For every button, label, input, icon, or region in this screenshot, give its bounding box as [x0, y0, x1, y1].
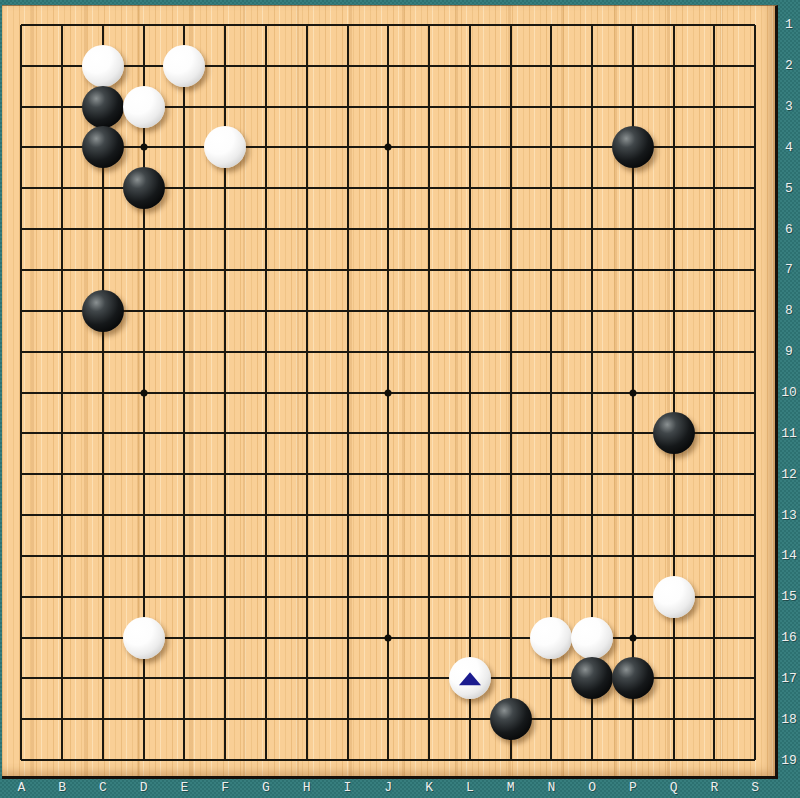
intersection-E5[interactable]	[164, 168, 205, 209]
intersection-H9[interactable]	[286, 331, 327, 372]
intersection-L16[interactable]	[449, 617, 490, 658]
intersection-H2[interactable]	[286, 45, 327, 86]
intersection-G17[interactable]	[246, 658, 287, 699]
intersection-B19[interactable]	[42, 740, 83, 781]
intersection-I17[interactable]	[327, 658, 368, 699]
intersection-M18[interactable]	[490, 699, 531, 740]
intersection-P15[interactable]	[612, 576, 653, 617]
intersection-C9[interactable]	[83, 331, 124, 372]
intersection-D18[interactable]	[123, 699, 164, 740]
intersection-B7[interactable]	[42, 250, 83, 291]
intersection-A7[interactable]	[1, 250, 42, 291]
intersection-S5[interactable]	[735, 168, 776, 209]
intersection-F7[interactable]	[205, 250, 246, 291]
intersection-Q16[interactable]	[653, 617, 694, 658]
intersection-M8[interactable]	[490, 290, 531, 331]
intersection-K8[interactable]	[409, 290, 450, 331]
intersection-S6[interactable]	[735, 209, 776, 250]
intersection-R8[interactable]	[694, 290, 735, 331]
intersection-L10[interactable]	[449, 372, 490, 413]
intersection-G9[interactable]	[246, 331, 287, 372]
intersection-G18[interactable]	[246, 699, 287, 740]
intersection-N6[interactable]	[531, 209, 572, 250]
intersection-M15[interactable]	[490, 576, 531, 617]
intersection-D7[interactable]	[123, 250, 164, 291]
intersection-K19[interactable]	[409, 740, 450, 781]
intersection-P12[interactable]	[612, 454, 653, 495]
intersection-R10[interactable]	[694, 372, 735, 413]
intersection-P7[interactable]	[612, 250, 653, 291]
intersection-F16[interactable]	[205, 617, 246, 658]
intersection-K13[interactable]	[409, 495, 450, 536]
intersection-D14[interactable]	[123, 535, 164, 576]
intersection-R19[interactable]	[694, 740, 735, 781]
intersection-K9[interactable]	[409, 331, 450, 372]
intersection-I3[interactable]	[327, 86, 368, 127]
intersection-E17[interactable]	[164, 658, 205, 699]
intersection-Q10[interactable]	[653, 372, 694, 413]
intersection-J7[interactable]	[368, 250, 409, 291]
intersection-B4[interactable]	[42, 127, 83, 168]
intersection-D17[interactable]	[123, 658, 164, 699]
intersection-I9[interactable]	[327, 331, 368, 372]
intersection-S10[interactable]	[735, 372, 776, 413]
intersection-S12[interactable]	[735, 454, 776, 495]
intersection-H17[interactable]	[286, 658, 327, 699]
intersection-R9[interactable]	[694, 331, 735, 372]
intersection-J16[interactable]	[368, 617, 409, 658]
intersection-J4[interactable]	[368, 127, 409, 168]
intersection-D8[interactable]	[123, 290, 164, 331]
intersection-N9[interactable]	[531, 331, 572, 372]
intersection-O10[interactable]	[572, 372, 613, 413]
intersection-L13[interactable]	[449, 495, 490, 536]
intersection-M4[interactable]	[490, 127, 531, 168]
intersection-E14[interactable]	[164, 535, 205, 576]
intersection-B3[interactable]	[42, 86, 83, 127]
intersection-B1[interactable]	[42, 5, 83, 46]
intersection-E2[interactable]	[164, 45, 205, 86]
intersection-A15[interactable]	[1, 576, 42, 617]
intersection-G7[interactable]	[246, 250, 287, 291]
intersection-C19[interactable]	[83, 740, 124, 781]
intersection-G16[interactable]	[246, 617, 287, 658]
intersection-Q6[interactable]	[653, 209, 694, 250]
intersection-I12[interactable]	[327, 454, 368, 495]
intersection-F18[interactable]	[205, 699, 246, 740]
intersection-Q12[interactable]	[653, 454, 694, 495]
intersection-R12[interactable]	[694, 454, 735, 495]
intersection-K2[interactable]	[409, 45, 450, 86]
intersection-Q8[interactable]	[653, 290, 694, 331]
intersection-B14[interactable]	[42, 535, 83, 576]
intersection-R14[interactable]	[694, 535, 735, 576]
intersection-S8[interactable]	[735, 290, 776, 331]
intersection-H1[interactable]	[286, 5, 327, 46]
intersection-P4[interactable]	[612, 127, 653, 168]
intersection-R3[interactable]	[694, 86, 735, 127]
intersection-C10[interactable]	[83, 372, 124, 413]
intersection-D10[interactable]	[123, 372, 164, 413]
intersection-G10[interactable]	[246, 372, 287, 413]
intersection-R13[interactable]	[694, 495, 735, 536]
intersection-H16[interactable]	[286, 617, 327, 658]
intersection-F8[interactable]	[205, 290, 246, 331]
intersection-O14[interactable]	[572, 535, 613, 576]
intersection-B11[interactable]	[42, 413, 83, 454]
intersection-S3[interactable]	[735, 86, 776, 127]
intersection-H11[interactable]	[286, 413, 327, 454]
intersection-C2[interactable]	[83, 45, 124, 86]
intersection-N4[interactable]	[531, 127, 572, 168]
intersection-F14[interactable]	[205, 535, 246, 576]
intersection-L3[interactable]	[449, 86, 490, 127]
intersection-Q15[interactable]	[653, 576, 694, 617]
intersection-E15[interactable]	[164, 576, 205, 617]
intersection-P13[interactable]	[612, 495, 653, 536]
intersection-O17[interactable]	[572, 658, 613, 699]
intersection-O16[interactable]	[572, 617, 613, 658]
intersection-B8[interactable]	[42, 290, 83, 331]
intersection-Q18[interactable]	[653, 699, 694, 740]
intersection-A18[interactable]	[1, 699, 42, 740]
intersection-M12[interactable]	[490, 454, 531, 495]
intersection-R6[interactable]	[694, 209, 735, 250]
intersection-O4[interactable]	[572, 127, 613, 168]
intersection-O12[interactable]	[572, 454, 613, 495]
intersection-M6[interactable]	[490, 209, 531, 250]
intersection-J17[interactable]	[368, 658, 409, 699]
intersection-D6[interactable]	[123, 209, 164, 250]
intersection-F12[interactable]	[205, 454, 246, 495]
intersection-P2[interactable]	[612, 45, 653, 86]
intersection-R1[interactable]	[694, 5, 735, 46]
intersection-M13[interactable]	[490, 495, 531, 536]
intersection-S19[interactable]	[735, 740, 776, 781]
intersection-D9[interactable]	[123, 331, 164, 372]
intersection-L17[interactable]	[449, 658, 490, 699]
intersection-N19[interactable]	[531, 740, 572, 781]
intersection-E19[interactable]	[164, 740, 205, 781]
intersection-Q19[interactable]	[653, 740, 694, 781]
intersection-J2[interactable]	[368, 45, 409, 86]
intersection-J13[interactable]	[368, 495, 409, 536]
intersection-A12[interactable]	[1, 454, 42, 495]
intersection-N16[interactable]	[531, 617, 572, 658]
intersection-E16[interactable]	[164, 617, 205, 658]
intersection-G6[interactable]	[246, 209, 287, 250]
intersection-E1[interactable]	[164, 5, 205, 46]
intersection-C8[interactable]	[83, 290, 124, 331]
intersection-H19[interactable]	[286, 740, 327, 781]
intersection-M1[interactable]	[490, 5, 531, 46]
intersection-O3[interactable]	[572, 86, 613, 127]
intersection-C3[interactable]	[83, 86, 124, 127]
intersection-P3[interactable]	[612, 86, 653, 127]
intersection-A13[interactable]	[1, 495, 42, 536]
intersection-L18[interactable]	[449, 699, 490, 740]
intersection-C1[interactable]	[83, 5, 124, 46]
intersection-K3[interactable]	[409, 86, 450, 127]
intersection-C5[interactable]	[83, 168, 124, 209]
intersection-J10[interactable]	[368, 372, 409, 413]
intersection-C13[interactable]	[83, 495, 124, 536]
intersection-B15[interactable]	[42, 576, 83, 617]
intersection-M3[interactable]	[490, 86, 531, 127]
intersection-I16[interactable]	[327, 617, 368, 658]
intersection-R15[interactable]	[694, 576, 735, 617]
intersection-S2[interactable]	[735, 45, 776, 86]
intersection-I13[interactable]	[327, 495, 368, 536]
intersection-D15[interactable]	[123, 576, 164, 617]
intersection-N7[interactable]	[531, 250, 572, 291]
intersection-J3[interactable]	[368, 86, 409, 127]
intersection-J9[interactable]	[368, 331, 409, 372]
intersection-F11[interactable]	[205, 413, 246, 454]
intersection-O15[interactable]	[572, 576, 613, 617]
intersection-M5[interactable]	[490, 168, 531, 209]
intersection-K4[interactable]	[409, 127, 450, 168]
intersection-R4[interactable]	[694, 127, 735, 168]
intersection-G15[interactable]	[246, 576, 287, 617]
intersection-R17[interactable]	[694, 658, 735, 699]
intersection-J1[interactable]	[368, 5, 409, 46]
intersection-S13[interactable]	[735, 495, 776, 536]
intersection-E13[interactable]	[164, 495, 205, 536]
intersection-A9[interactable]	[1, 331, 42, 372]
intersection-B6[interactable]	[42, 209, 83, 250]
intersection-J12[interactable]	[368, 454, 409, 495]
intersection-N10[interactable]	[531, 372, 572, 413]
intersection-P11[interactable]	[612, 413, 653, 454]
intersection-G13[interactable]	[246, 495, 287, 536]
intersection-B16[interactable]	[42, 617, 83, 658]
intersection-L4[interactable]	[449, 127, 490, 168]
intersection-J18[interactable]	[368, 699, 409, 740]
intersection-M14[interactable]	[490, 535, 531, 576]
intersection-D16[interactable]	[123, 617, 164, 658]
intersection-A4[interactable]	[1, 127, 42, 168]
intersection-N18[interactable]	[531, 699, 572, 740]
intersection-I8[interactable]	[327, 290, 368, 331]
intersection-F6[interactable]	[205, 209, 246, 250]
intersection-R16[interactable]	[694, 617, 735, 658]
intersection-G4[interactable]	[246, 127, 287, 168]
intersection-N8[interactable]	[531, 290, 572, 331]
intersection-E4[interactable]	[164, 127, 205, 168]
intersection-M2[interactable]	[490, 45, 531, 86]
intersection-P6[interactable]	[612, 209, 653, 250]
intersection-E8[interactable]	[164, 290, 205, 331]
intersection-F13[interactable]	[205, 495, 246, 536]
intersection-D12[interactable]	[123, 454, 164, 495]
intersection-D3[interactable]	[123, 86, 164, 127]
intersection-K6[interactable]	[409, 209, 450, 250]
intersection-K12[interactable]	[409, 454, 450, 495]
intersection-G11[interactable]	[246, 413, 287, 454]
intersection-H13[interactable]	[286, 495, 327, 536]
intersection-H7[interactable]	[286, 250, 327, 291]
intersection-G19[interactable]	[246, 740, 287, 781]
intersection-A16[interactable]	[1, 617, 42, 658]
intersection-S17[interactable]	[735, 658, 776, 699]
intersection-L5[interactable]	[449, 168, 490, 209]
intersection-I11[interactable]	[327, 413, 368, 454]
intersection-Q7[interactable]	[653, 250, 694, 291]
intersection-E10[interactable]	[164, 372, 205, 413]
intersection-K15[interactable]	[409, 576, 450, 617]
intersection-H15[interactable]	[286, 576, 327, 617]
intersection-N14[interactable]	[531, 535, 572, 576]
intersection-B18[interactable]	[42, 699, 83, 740]
intersection-C18[interactable]	[83, 699, 124, 740]
intersection-I10[interactable]	[327, 372, 368, 413]
intersection-B5[interactable]	[42, 168, 83, 209]
intersection-I7[interactable]	[327, 250, 368, 291]
intersection-O11[interactable]	[572, 413, 613, 454]
intersection-D13[interactable]	[123, 495, 164, 536]
intersection-P17[interactable]	[612, 658, 653, 699]
intersection-F1[interactable]	[205, 5, 246, 46]
intersection-S15[interactable]	[735, 576, 776, 617]
intersection-I1[interactable]	[327, 5, 368, 46]
intersection-Q14[interactable]	[653, 535, 694, 576]
intersection-S11[interactable]	[735, 413, 776, 454]
intersection-Q13[interactable]	[653, 495, 694, 536]
intersection-B2[interactable]	[42, 45, 83, 86]
intersection-O19[interactable]	[572, 740, 613, 781]
intersection-B10[interactable]	[42, 372, 83, 413]
intersection-G1[interactable]	[246, 5, 287, 46]
intersection-Q17[interactable]	[653, 658, 694, 699]
intersection-D1[interactable]	[123, 5, 164, 46]
intersection-L9[interactable]	[449, 331, 490, 372]
intersection-O7[interactable]	[572, 250, 613, 291]
intersection-J6[interactable]	[368, 209, 409, 250]
intersection-O1[interactable]	[572, 5, 613, 46]
intersection-N5[interactable]	[531, 168, 572, 209]
intersection-D11[interactable]	[123, 413, 164, 454]
intersection-B9[interactable]	[42, 331, 83, 372]
intersection-K14[interactable]	[409, 535, 450, 576]
intersection-E7[interactable]	[164, 250, 205, 291]
intersection-P9[interactable]	[612, 331, 653, 372]
intersection-I19[interactable]	[327, 740, 368, 781]
intersection-K18[interactable]	[409, 699, 450, 740]
intersection-S7[interactable]	[735, 250, 776, 291]
intersection-B12[interactable]	[42, 454, 83, 495]
intersection-S1[interactable]	[735, 5, 776, 46]
intersection-P8[interactable]	[612, 290, 653, 331]
intersection-I5[interactable]	[327, 168, 368, 209]
intersection-P1[interactable]	[612, 5, 653, 46]
intersection-N11[interactable]	[531, 413, 572, 454]
intersection-E9[interactable]	[164, 331, 205, 372]
intersection-K11[interactable]	[409, 413, 450, 454]
intersection-D19[interactable]	[123, 740, 164, 781]
intersection-Q5[interactable]	[653, 168, 694, 209]
intersection-D4[interactable]	[123, 127, 164, 168]
intersection-H3[interactable]	[286, 86, 327, 127]
intersection-H8[interactable]	[286, 290, 327, 331]
intersection-E18[interactable]	[164, 699, 205, 740]
intersection-O9[interactable]	[572, 331, 613, 372]
intersection-F3[interactable]	[205, 86, 246, 127]
intersection-H14[interactable]	[286, 535, 327, 576]
intersection-L19[interactable]	[449, 740, 490, 781]
intersection-L7[interactable]	[449, 250, 490, 291]
intersection-Q3[interactable]	[653, 86, 694, 127]
intersection-F9[interactable]	[205, 331, 246, 372]
intersection-N1[interactable]	[531, 5, 572, 46]
intersection-C6[interactable]	[83, 209, 124, 250]
intersection-H5[interactable]	[286, 168, 327, 209]
intersection-F17[interactable]	[205, 658, 246, 699]
intersection-G5[interactable]	[246, 168, 287, 209]
intersection-J19[interactable]	[368, 740, 409, 781]
intersection-F10[interactable]	[205, 372, 246, 413]
intersection-L14[interactable]	[449, 535, 490, 576]
intersection-J14[interactable]	[368, 535, 409, 576]
intersection-P5[interactable]	[612, 168, 653, 209]
intersection-H18[interactable]	[286, 699, 327, 740]
intersection-P16[interactable]	[612, 617, 653, 658]
intersection-M11[interactable]	[490, 413, 531, 454]
intersection-I18[interactable]	[327, 699, 368, 740]
intersection-K17[interactable]	[409, 658, 450, 699]
intersection-I2[interactable]	[327, 45, 368, 86]
intersection-E11[interactable]	[164, 413, 205, 454]
intersection-R18[interactable]	[694, 699, 735, 740]
intersection-C12[interactable]	[83, 454, 124, 495]
intersection-J5[interactable]	[368, 168, 409, 209]
intersection-P19[interactable]	[612, 740, 653, 781]
intersection-A8[interactable]	[1, 290, 42, 331]
intersection-L11[interactable]	[449, 413, 490, 454]
intersection-L12[interactable]	[449, 454, 490, 495]
intersection-C14[interactable]	[83, 535, 124, 576]
intersection-B13[interactable]	[42, 495, 83, 536]
intersection-Q1[interactable]	[653, 5, 694, 46]
intersection-F15[interactable]	[205, 576, 246, 617]
intersection-R11[interactable]	[694, 413, 735, 454]
intersection-K7[interactable]	[409, 250, 450, 291]
intersection-A19[interactable]	[1, 740, 42, 781]
intersection-C15[interactable]	[83, 576, 124, 617]
intersection-C11[interactable]	[83, 413, 124, 454]
intersection-L6[interactable]	[449, 209, 490, 250]
intersection-K1[interactable]	[409, 5, 450, 46]
intersection-M17[interactable]	[490, 658, 531, 699]
intersection-E6[interactable]	[164, 209, 205, 250]
intersection-G3[interactable]	[246, 86, 287, 127]
intersection-A10[interactable]	[1, 372, 42, 413]
intersection-S16[interactable]	[735, 617, 776, 658]
intersection-O5[interactable]	[572, 168, 613, 209]
intersection-R5[interactable]	[694, 168, 735, 209]
intersection-J15[interactable]	[368, 576, 409, 617]
intersection-A6[interactable]	[1, 209, 42, 250]
intersection-I4[interactable]	[327, 127, 368, 168]
intersection-J8[interactable]	[368, 290, 409, 331]
intersection-K10[interactable]	[409, 372, 450, 413]
intersection-F2[interactable]	[205, 45, 246, 86]
intersection-I14[interactable]	[327, 535, 368, 576]
intersection-Q2[interactable]	[653, 45, 694, 86]
intersection-L15[interactable]	[449, 576, 490, 617]
intersection-F19[interactable]	[205, 740, 246, 781]
intersection-N3[interactable]	[531, 86, 572, 127]
